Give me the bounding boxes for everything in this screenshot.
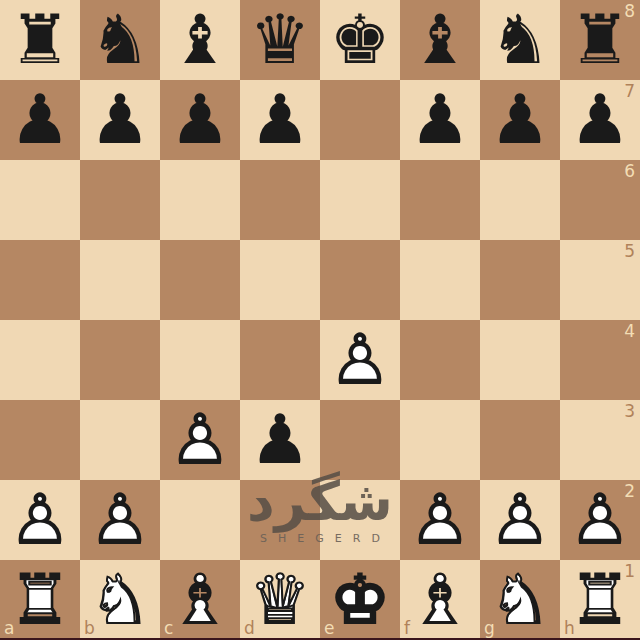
square-b5[interactable] <box>80 240 160 320</box>
square-d1[interactable]: ♛♕d <box>240 560 320 640</box>
black-knight[interactable]: ♞ <box>80 0 160 80</box>
black-pawn[interactable]: ♟ <box>80 80 160 160</box>
square-f1[interactable]: ♝♗f <box>400 560 480 640</box>
square-e8[interactable]: ♚ <box>320 0 400 80</box>
chess-board-container: ♜♞♝♛♚♝♞♜8♟♟♟♟♟♟♟765♟♙4♟♙♟3♟♙♟♙♟♙♟♙♟♙2♜♖a… <box>0 0 640 640</box>
square-h7[interactable]: ♟7 <box>560 80 640 160</box>
white-bishop[interactable]: ♝♗ <box>400 560 480 640</box>
black-pawn[interactable]: ♟ <box>0 80 80 160</box>
piece-outline-layer: ♙ <box>90 486 151 554</box>
piece-outline-layer: ♖ <box>570 566 631 634</box>
square-g1[interactable]: ♞♘g <box>480 560 560 640</box>
square-c1[interactable]: ♝♗c <box>160 560 240 640</box>
white-king[interactable]: ♚♔ <box>320 560 400 640</box>
black-bishop[interactable]: ♝ <box>400 0 480 80</box>
square-h3[interactable]: 3 <box>560 400 640 480</box>
square-h4[interactable]: 4 <box>560 320 640 400</box>
piece-outline-layer: ♗ <box>410 566 471 634</box>
white-queen[interactable]: ♛♕ <box>240 560 320 640</box>
black-queen[interactable]: ♛ <box>240 0 320 80</box>
square-f5[interactable] <box>400 240 480 320</box>
square-b8[interactable]: ♞ <box>80 0 160 80</box>
square-e5[interactable] <box>320 240 400 320</box>
black-rook[interactable]: ♜ <box>0 0 80 80</box>
square-e7[interactable] <box>320 80 400 160</box>
rank-label-6: 6 <box>624 163 635 180</box>
rank-label-3: 3 <box>624 403 635 420</box>
square-b3[interactable] <box>80 400 160 480</box>
square-g8[interactable]: ♞ <box>480 0 560 80</box>
square-d3[interactable]: ♟ <box>240 400 320 480</box>
square-a5[interactable] <box>0 240 80 320</box>
square-e2[interactable] <box>320 480 400 560</box>
square-a8[interactable]: ♜ <box>0 0 80 80</box>
square-g4[interactable] <box>480 320 560 400</box>
black-pawn[interactable]: ♟ <box>240 400 320 480</box>
square-f3[interactable] <box>400 400 480 480</box>
square-b1[interactable]: ♞♘b <box>80 560 160 640</box>
square-c5[interactable] <box>160 240 240 320</box>
piece-outline-layer: ♙ <box>330 326 391 394</box>
square-d7[interactable]: ♟ <box>240 80 320 160</box>
white-pawn[interactable]: ♟♙ <box>560 480 640 560</box>
square-e1[interactable]: ♚♔e <box>320 560 400 640</box>
white-knight[interactable]: ♞♘ <box>480 560 560 640</box>
white-pawn[interactable]: ♟♙ <box>480 480 560 560</box>
piece-outline-layer: ♙ <box>410 486 471 554</box>
square-b2[interactable]: ♟♙ <box>80 480 160 560</box>
piece-outline-layer: ♖ <box>10 566 71 634</box>
black-king[interactable]: ♚ <box>320 0 400 80</box>
square-c8[interactable]: ♝ <box>160 0 240 80</box>
square-e3[interactable] <box>320 400 400 480</box>
square-d2[interactable] <box>240 480 320 560</box>
white-pawn[interactable]: ♟♙ <box>320 320 400 400</box>
square-d4[interactable] <box>240 320 320 400</box>
black-pawn[interactable]: ♟ <box>400 80 480 160</box>
square-c6[interactable] <box>160 160 240 240</box>
white-bishop[interactable]: ♝♗ <box>160 560 240 640</box>
square-a1[interactable]: ♜♖a <box>0 560 80 640</box>
square-b6[interactable] <box>80 160 160 240</box>
rank-label-4: 4 <box>624 323 635 340</box>
square-c4[interactable] <box>160 320 240 400</box>
square-c3[interactable]: ♟♙ <box>160 400 240 480</box>
square-a6[interactable] <box>0 160 80 240</box>
black-pawn[interactable]: ♟ <box>480 80 560 160</box>
black-rook[interactable]: ♜ <box>560 0 640 80</box>
square-f2[interactable]: ♟♙ <box>400 480 480 560</box>
white-rook[interactable]: ♜♖ <box>560 560 640 640</box>
piece-outline-layer: ♙ <box>170 406 231 474</box>
square-h6[interactable]: 6 <box>560 160 640 240</box>
piece-outline-layer: ♙ <box>490 486 551 554</box>
square-d6[interactable] <box>240 160 320 240</box>
piece-outline-layer: ♙ <box>10 486 71 554</box>
piece-outline-layer: ♙ <box>570 486 631 554</box>
square-g6[interactable] <box>480 160 560 240</box>
square-g3[interactable] <box>480 400 560 480</box>
piece-outline-layer: ♗ <box>170 566 231 634</box>
square-d8[interactable]: ♛ <box>240 0 320 80</box>
piece-outline-layer: ♕ <box>250 566 311 634</box>
square-h1[interactable]: ♜♖h1 <box>560 560 640 640</box>
square-a4[interactable] <box>0 320 80 400</box>
square-b4[interactable] <box>80 320 160 400</box>
square-a7[interactable]: ♟ <box>0 80 80 160</box>
square-c2[interactable] <box>160 480 240 560</box>
square-e6[interactable] <box>320 160 400 240</box>
square-g5[interactable] <box>480 240 560 320</box>
chess-board: ♜♞♝♛♚♝♞♜8♟♟♟♟♟♟♟765♟♙4♟♙♟3♟♙♟♙♟♙♟♙♟♙2♜♖a… <box>0 0 640 640</box>
square-f8[interactable]: ♝ <box>400 0 480 80</box>
white-pawn[interactable]: ♟♙ <box>0 480 80 560</box>
piece-outline-layer: ♔ <box>330 566 391 634</box>
square-b7[interactable]: ♟ <box>80 80 160 160</box>
square-c7[interactable]: ♟ <box>160 80 240 160</box>
square-f6[interactable] <box>400 160 480 240</box>
square-f7[interactable]: ♟ <box>400 80 480 160</box>
square-h5[interactable]: 5 <box>560 240 640 320</box>
piece-outline-layer: ♘ <box>90 566 151 634</box>
piece-outline-layer: ♘ <box>490 566 551 634</box>
white-pawn[interactable]: ♟♙ <box>160 400 240 480</box>
white-knight[interactable]: ♞♘ <box>80 560 160 640</box>
white-rook[interactable]: ♜♖ <box>0 560 80 640</box>
rank-label-5: 5 <box>624 243 635 260</box>
square-f4[interactable] <box>400 320 480 400</box>
square-d5[interactable] <box>240 240 320 320</box>
square-g7[interactable]: ♟ <box>480 80 560 160</box>
black-pawn[interactable]: ♟ <box>160 80 240 160</box>
black-knight[interactable]: ♞ <box>480 0 560 80</box>
square-e4[interactable]: ♟♙ <box>320 320 400 400</box>
square-a3[interactable] <box>0 400 80 480</box>
white-pawn[interactable]: ♟♙ <box>80 480 160 560</box>
square-h8[interactable]: ♜8 <box>560 0 640 80</box>
square-h2[interactable]: ♟♙2 <box>560 480 640 560</box>
black-bishop[interactable]: ♝ <box>160 0 240 80</box>
square-g2[interactable]: ♟♙ <box>480 480 560 560</box>
black-pawn[interactable]: ♟ <box>560 80 640 160</box>
black-pawn[interactable]: ♟ <box>240 80 320 160</box>
square-a2[interactable]: ♟♙ <box>0 480 80 560</box>
white-pawn[interactable]: ♟♙ <box>400 480 480 560</box>
